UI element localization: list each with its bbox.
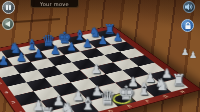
lock-button[interactable] [181,19,194,32]
square-b6[interactable] [13,62,37,74]
piece-white-knight[interactable]: ♞ [57,101,79,112]
back-button[interactable] [2,18,14,30]
move-indicator-bar: Your move [30,0,79,8]
piece-black-pawn[interactable]: ♟ [63,41,81,52]
piece-black-pawn[interactable]: ♟ [12,51,31,63]
piece-black-pawn[interactable]: ♟ [109,32,126,43]
pause-icon [9,5,11,10]
piece-white-pawn[interactable]: ♟ [87,63,106,75]
piece-white-queen[interactable]: ♛ [96,88,118,107]
piece-black-pawn[interactable]: ♟ [46,45,64,56]
move-indicator-text: Your move [40,1,69,7]
game-scene: ♜♞♝♛♚♝♞♜♟♟♟♟♟♟♟♟♟♟♟♟♟♟♟♟♜♞♝♛♚♝♞♜ ABCDEFG… [0,0,200,112]
piece-white-rook[interactable]: ♜ [36,106,59,112]
piece-white-bishop[interactable]: ♝ [134,81,155,98]
piece-black-pawn[interactable]: ♟ [79,38,97,49]
table-piece-white-pawn: ♟ [181,48,189,57]
piece-black-pawn[interactable]: ♟ [94,35,111,46]
square-c6[interactable] [31,58,55,69]
sound-button[interactable] [183,1,195,13]
piece-white-bishop[interactable]: ♝ [77,96,99,112]
table-piece-white-pawn: ♟ [189,51,197,60]
lock-icon [184,22,192,30]
pause-icon [6,5,8,10]
piece-white-king[interactable]: ♚ [115,84,136,103]
pause-button[interactable] [2,1,15,14]
piece-black-pawn[interactable]: ♟ [29,48,47,60]
speaker-icon [185,3,193,11]
back-arrow-icon [5,21,10,27]
piece-black-pawn[interactable]: ♟ [0,55,13,67]
